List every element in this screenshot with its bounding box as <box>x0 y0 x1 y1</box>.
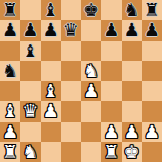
white-pawn[interactable]: ♟ <box>83 81 99 101</box>
white-pawn[interactable]: ♟ <box>2 122 18 142</box>
square-e3[interactable] <box>81 101 101 121</box>
black-bishop[interactable]: ♝ <box>22 41 38 61</box>
square-f5[interactable] <box>101 61 121 81</box>
square-d7[interactable]: ♛ <box>61 20 81 40</box>
square-b5[interactable] <box>20 61 40 81</box>
square-b2[interactable] <box>20 122 40 142</box>
square-a8[interactable]: ♜ <box>0 0 20 20</box>
square-f2[interactable]: ♟ <box>101 122 121 142</box>
square-f7[interactable]: ♟ <box>101 20 121 40</box>
black-pawn[interactable]: ♟ <box>22 20 38 40</box>
white-king[interactable]: ♚ <box>124 142 140 162</box>
square-g4[interactable] <box>122 81 142 101</box>
white-pawn[interactable]: ♟ <box>144 122 160 142</box>
square-g7[interactable]: ♟ <box>122 20 142 40</box>
square-h5[interactable] <box>142 61 162 81</box>
white-knight[interactable]: ♞ <box>22 142 38 162</box>
square-c5[interactable] <box>41 61 61 81</box>
white-queen[interactable]: ♛ <box>22 101 38 121</box>
square-a7[interactable]: ♟ <box>0 20 20 40</box>
black-bishop[interactable]: ♝ <box>43 0 59 20</box>
square-h3[interactable] <box>142 101 162 121</box>
square-e1[interactable] <box>81 142 101 162</box>
square-b4[interactable] <box>20 81 40 101</box>
chess-board: ♜♝♚♞♜♟♟♟♛♟♟♟♝♞♞♝♟♝♛♟♟♟♟♟♜♞♜♚ <box>0 0 162 162</box>
black-king[interactable]: ♚ <box>83 0 99 20</box>
square-b3[interactable]: ♛ <box>20 101 40 121</box>
square-c4[interactable]: ♝ <box>41 81 61 101</box>
black-pawn[interactable]: ♟ <box>124 20 140 40</box>
square-a5[interactable]: ♞ <box>0 61 20 81</box>
square-b7[interactable]: ♟ <box>20 20 40 40</box>
white-knight[interactable]: ♞ <box>83 61 99 81</box>
square-g2[interactable]: ♟ <box>122 122 142 142</box>
square-d6[interactable] <box>61 41 81 61</box>
square-f4[interactable] <box>101 81 121 101</box>
square-g3[interactable] <box>122 101 142 121</box>
square-f3[interactable] <box>101 101 121 121</box>
black-rook[interactable]: ♜ <box>144 0 160 20</box>
square-h2[interactable]: ♟ <box>142 122 162 142</box>
square-a1[interactable]: ♜ <box>0 142 20 162</box>
square-f1[interactable]: ♜ <box>101 142 121 162</box>
white-rook[interactable]: ♜ <box>103 142 119 162</box>
square-h1[interactable] <box>142 142 162 162</box>
square-g1[interactable]: ♚ <box>122 142 142 162</box>
square-a3[interactable]: ♝ <box>0 101 20 121</box>
square-d3[interactable] <box>61 101 81 121</box>
square-g5[interactable] <box>122 61 142 81</box>
square-d4[interactable] <box>61 81 81 101</box>
square-e5[interactable]: ♞ <box>81 61 101 81</box>
white-pawn[interactable]: ♟ <box>43 101 59 121</box>
square-c7[interactable]: ♟ <box>41 20 61 40</box>
white-pawn[interactable]: ♟ <box>103 122 119 142</box>
square-e7[interactable] <box>81 20 101 40</box>
square-e8[interactable]: ♚ <box>81 0 101 20</box>
square-e4[interactable]: ♟ <box>81 81 101 101</box>
square-a6[interactable] <box>0 41 20 61</box>
black-pawn[interactable]: ♟ <box>144 20 160 40</box>
black-knight[interactable]: ♞ <box>124 0 140 20</box>
white-bishop[interactable]: ♝ <box>2 101 18 121</box>
square-h7[interactable]: ♟ <box>142 20 162 40</box>
square-f6[interactable] <box>101 41 121 61</box>
black-queen[interactable]: ♛ <box>63 20 79 40</box>
square-b1[interactable]: ♞ <box>20 142 40 162</box>
square-c3[interactable]: ♟ <box>41 101 61 121</box>
square-h4[interactable] <box>142 81 162 101</box>
square-g8[interactable]: ♞ <box>122 0 142 20</box>
square-c8[interactable]: ♝ <box>41 0 61 20</box>
white-bishop[interactable]: ♝ <box>43 81 59 101</box>
square-a2[interactable]: ♟ <box>0 122 20 142</box>
square-d5[interactable] <box>61 61 81 81</box>
square-d8[interactable] <box>61 0 81 20</box>
black-knight[interactable]: ♞ <box>2 61 18 81</box>
square-c1[interactable] <box>41 142 61 162</box>
square-a4[interactable] <box>0 81 20 101</box>
white-pawn[interactable]: ♟ <box>124 122 140 142</box>
black-rook[interactable]: ♜ <box>2 0 18 20</box>
square-c6[interactable] <box>41 41 61 61</box>
white-rook[interactable]: ♜ <box>2 142 18 162</box>
square-h8[interactable]: ♜ <box>142 0 162 20</box>
square-g6[interactable] <box>122 41 142 61</box>
square-h6[interactable] <box>142 41 162 61</box>
black-pawn[interactable]: ♟ <box>2 20 18 40</box>
black-pawn[interactable]: ♟ <box>43 20 59 40</box>
square-e2[interactable] <box>81 122 101 142</box>
square-d2[interactable] <box>61 122 81 142</box>
square-e6[interactable] <box>81 41 101 61</box>
square-f8[interactable] <box>101 0 121 20</box>
square-c2[interactable] <box>41 122 61 142</box>
square-b8[interactable] <box>20 0 40 20</box>
square-d1[interactable] <box>61 142 81 162</box>
black-pawn[interactable]: ♟ <box>103 20 119 40</box>
square-b6[interactable]: ♝ <box>20 41 40 61</box>
